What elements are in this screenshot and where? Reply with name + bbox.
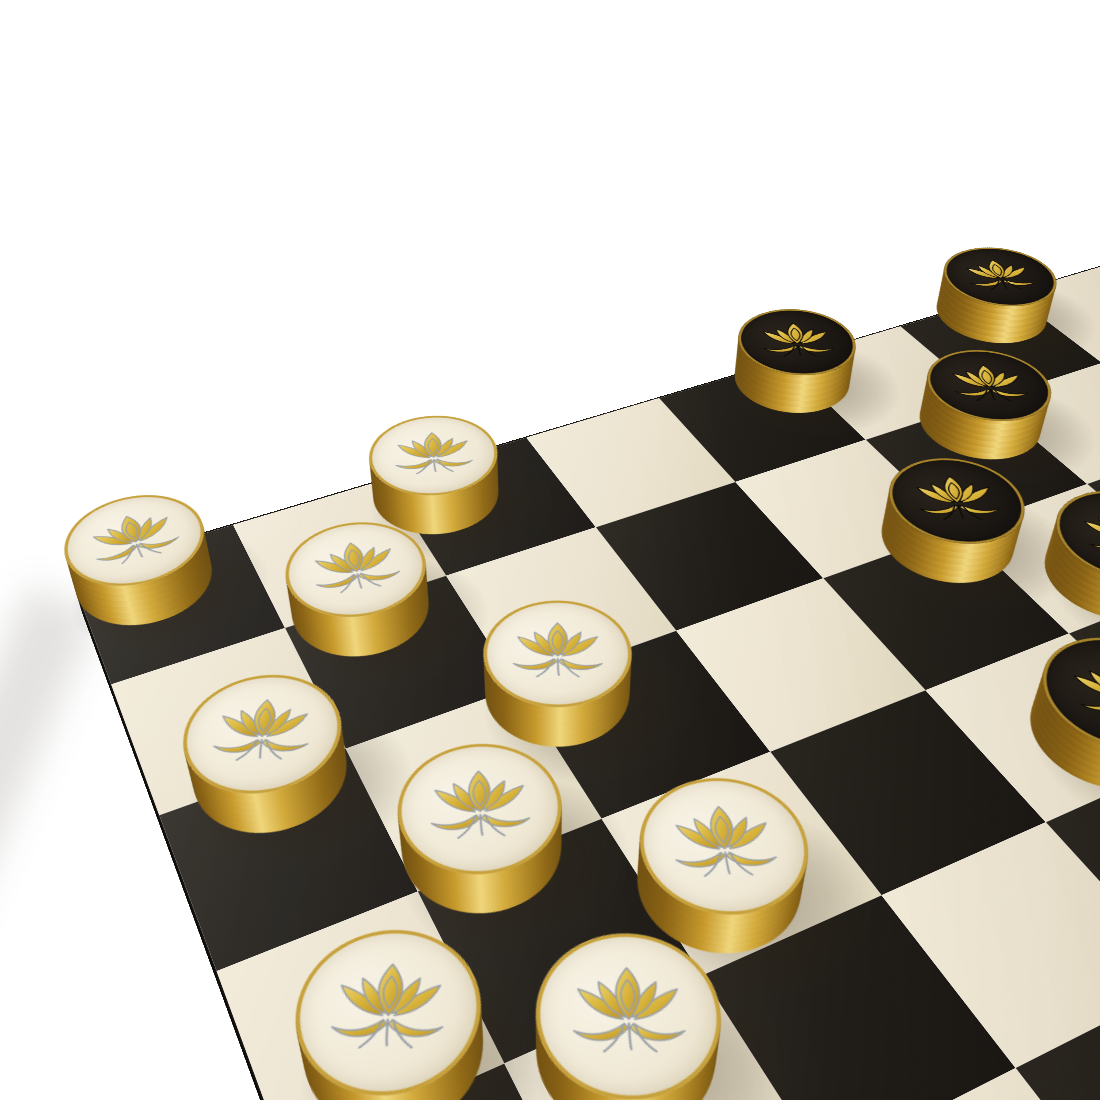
lotus-icon xyxy=(310,948,461,1074)
checkers-board xyxy=(70,262,1100,1100)
lotus-icon xyxy=(655,792,797,899)
lotus-icon xyxy=(195,687,327,780)
photo-scene xyxy=(0,0,1100,1100)
white-checker-piece[interactable] xyxy=(379,766,589,940)
black-checker-piece[interactable] xyxy=(713,339,871,428)
product-photo-stage xyxy=(0,0,1100,1100)
white-checker-piece[interactable] xyxy=(281,947,513,1100)
board-drop-shadow xyxy=(0,586,97,1094)
lotus-icon xyxy=(748,317,847,367)
white-checker-piece[interactable] xyxy=(64,523,229,645)
lotus-icon xyxy=(898,468,1019,533)
lotus-icon xyxy=(500,613,616,694)
lotus-icon xyxy=(417,755,546,861)
white-checker-piece[interactable] xyxy=(176,699,369,857)
lotus-icon xyxy=(297,526,418,613)
white-checker-piece[interactable] xyxy=(274,550,450,677)
lotus-icon xyxy=(558,952,704,1078)
lotus-icon xyxy=(936,357,1045,413)
lotus-icon xyxy=(949,254,1053,300)
lotus-icon xyxy=(384,422,486,488)
